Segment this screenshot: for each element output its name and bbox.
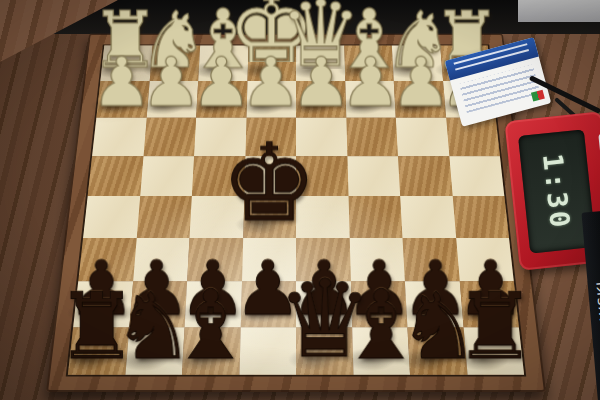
square-d2[interactable]: ♟ [296, 81, 346, 118]
black-king-e5: ♚ [221, 129, 317, 236]
background-object [518, 0, 600, 22]
black-rook-a8: ♜ [455, 282, 537, 373]
square-e5[interactable]: ♚ [243, 196, 296, 238]
square-g4[interactable] [140, 156, 194, 196]
square-c3[interactable] [346, 118, 398, 156]
square-f8[interactable]: ♝ [182, 327, 240, 375]
square-c2[interactable]: ♟ [345, 81, 396, 118]
square-c5[interactable] [348, 196, 402, 238]
square-f2[interactable]: ♟ [196, 81, 247, 118]
black-bishop-f8: ♝ [168, 278, 253, 373]
square-g3[interactable] [143, 118, 196, 156]
square-c4[interactable] [347, 156, 400, 196]
square-a4[interactable] [449, 156, 504, 196]
square-b5[interactable] [400, 196, 456, 238]
square-h5[interactable] [83, 196, 140, 238]
square-a8[interactable]: ♜ [463, 327, 524, 375]
square-b2[interactable]: ♟ [394, 81, 446, 118]
booklet-flag-mark [531, 90, 545, 102]
tournament-photo: ♜♞♝♚♛♝♞♜♟♟♟♟♟♟♟♟♚♟♟♟♟♟♟♟♟♜♞♝♛♝♞♜ 1:30 Ma… [0, 0, 600, 400]
square-b3[interactable] [396, 118, 449, 156]
square-h3[interactable] [92, 118, 146, 156]
square-h4[interactable] [88, 156, 143, 196]
square-b4[interactable] [398, 156, 452, 196]
square-g5[interactable] [136, 196, 192, 238]
square-a5[interactable] [452, 196, 509, 238]
clock-time-display: 1:30 [538, 151, 577, 231]
square-e2[interactable]: ♟ [246, 81, 296, 118]
